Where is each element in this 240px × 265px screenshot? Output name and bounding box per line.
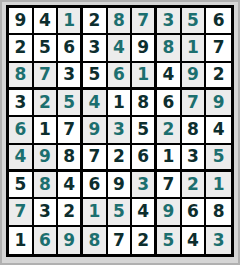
sudoku-cell-r9c1[interactable]: 1 (9, 227, 34, 254)
cell-digit: 3 (88, 39, 100, 56)
sudoku-cell-r4c8[interactable]: 7 (182, 90, 207, 117)
sudoku-cell-r1c8[interactable]: 5 (182, 8, 207, 35)
cell-digit: 8 (88, 232, 100, 249)
cell-digit: 4 (39, 12, 51, 29)
sudoku-cell-r7c9[interactable]: 1 (206, 172, 231, 199)
cell-digit: 8 (113, 12, 125, 29)
cell-digit: 8 (137, 94, 149, 111)
sudoku-cell-r4c5[interactable]: 1 (108, 90, 133, 117)
cell-digit: 1 (113, 94, 125, 111)
sudoku-cell-r5c2[interactable]: 1 (34, 117, 59, 144)
sudoku-cell-r8c9[interactable]: 8 (206, 199, 231, 226)
sudoku-cell-r4c6[interactable]: 8 (132, 90, 157, 117)
sudoku-cell-r7c5[interactable]: 9 (108, 172, 133, 199)
cell-digit: 4 (162, 66, 174, 83)
sudoku-cell-r2c7[interactable]: 8 (157, 35, 182, 62)
sudoku-cell-r8c4[interactable]: 1 (83, 199, 108, 226)
cell-digit: 8 (14, 66, 26, 83)
cell-digit: 4 (187, 232, 199, 249)
cell-digit: 9 (63, 232, 75, 249)
cell-digit: 3 (113, 121, 125, 138)
cell-digit: 7 (39, 66, 51, 83)
sudoku-cell-r6c6[interactable]: 6 (132, 145, 157, 172)
cell-digit: 1 (39, 121, 51, 138)
cell-digit: 2 (187, 176, 199, 193)
cell-digit: 2 (39, 94, 51, 111)
sudoku-cell-r5c9[interactable]: 4 (206, 117, 231, 144)
cell-digit: 2 (88, 12, 100, 29)
cell-digit: 3 (39, 203, 51, 220)
sudoku-cell-r1c9[interactable]: 6 (206, 8, 231, 35)
cell-digit: 6 (187, 203, 199, 220)
sudoku-cell-r3c5[interactable]: 6 (108, 63, 133, 90)
cell-digit: 6 (137, 148, 149, 165)
sudoku-cell-r8c6[interactable]: 4 (132, 199, 157, 226)
cell-digit: 4 (14, 148, 26, 165)
sudoku-cell-r6c3[interactable]: 8 (58, 145, 83, 172)
sudoku-cell-r5c7[interactable]: 2 (157, 117, 182, 144)
cell-digit: 6 (162, 94, 174, 111)
cell-digit: 5 (88, 66, 100, 83)
sudoku-cell-r6c4[interactable]: 7 (83, 145, 108, 172)
sudoku-cell-r5c1[interactable]: 6 (9, 117, 34, 144)
cell-digit: 7 (14, 203, 26, 220)
sudoku-cell-r4c2[interactable]: 2 (34, 90, 59, 117)
sudoku-cell-r4c3[interactable]: 5 (58, 90, 83, 117)
cell-digit: 1 (162, 148, 174, 165)
sudoku-cell-r9c7[interactable]: 5 (157, 227, 182, 254)
sudoku-app-frame: 9412873562563498178735614923254186796179… (0, 0, 240, 265)
cell-digit: 7 (213, 39, 225, 56)
cell-digit: 5 (137, 121, 149, 138)
sudoku-cell-r3c1[interactable]: 8 (9, 63, 34, 90)
cell-digit: 4 (213, 121, 225, 138)
cell-digit: 9 (39, 148, 51, 165)
sudoku-cell-r7c3[interactable]: 4 (58, 172, 83, 199)
sudoku-cell-r9c8[interactable]: 4 (182, 227, 207, 254)
cell-digit: 1 (63, 12, 75, 29)
cell-digit: 1 (213, 176, 225, 193)
cell-digit: 9 (14, 12, 26, 29)
sudoku-cell-r3c3[interactable]: 3 (58, 63, 83, 90)
sudoku-cell-r2c4[interactable]: 3 (83, 35, 108, 62)
sudoku-cell-r8c2[interactable]: 3 (34, 199, 59, 226)
sudoku-cell-r6c1[interactable]: 4 (9, 145, 34, 172)
cell-digit: 5 (187, 12, 199, 29)
sudoku-cell-r5c3[interactable]: 7 (58, 117, 83, 144)
sudoku-cell-r7c4[interactable]: 6 (83, 172, 108, 199)
cell-digit: 3 (63, 66, 75, 83)
cell-digit: 6 (113, 66, 125, 83)
cell-digit: 2 (162, 121, 174, 138)
cell-digit: 2 (113, 148, 125, 165)
cell-digit: 9 (137, 39, 149, 56)
cell-digit: 6 (88, 176, 100, 193)
sudoku-cell-r1c2[interactable]: 4 (34, 8, 59, 35)
sudoku-cell-r1c1[interactable]: 9 (9, 8, 34, 35)
sudoku-cell-r1c5[interactable]: 8 (108, 8, 133, 35)
cell-digit: 8 (39, 176, 51, 193)
cell-digit: 6 (39, 232, 51, 249)
cell-digit: 9 (113, 176, 125, 193)
sudoku-cell-r8c7[interactable]: 9 (157, 199, 182, 226)
cell-digit: 7 (162, 176, 174, 193)
sudoku-cell-r5c8[interactable]: 8 (182, 117, 207, 144)
cell-digit: 2 (213, 66, 225, 83)
sudoku-cell-r2c8[interactable]: 1 (182, 35, 207, 62)
sudoku-cell-r3c2[interactable]: 7 (34, 63, 59, 90)
sudoku-cell-r1c4[interactable]: 2 (83, 8, 108, 35)
cell-digit: 7 (137, 12, 149, 29)
sudoku-cell-r2c9[interactable]: 7 (206, 35, 231, 62)
sudoku-cell-r8c5[interactable]: 5 (108, 199, 133, 226)
sudoku-cell-r6c8[interactable]: 3 (182, 145, 207, 172)
sudoku-cell-r2c6[interactable]: 9 (132, 35, 157, 62)
sudoku-cell-r4c1[interactable]: 3 (9, 90, 34, 117)
sudoku-cell-r7c2[interactable]: 8 (34, 172, 59, 199)
cell-digit: 4 (137, 203, 149, 220)
cell-digit: 8 (213, 203, 225, 220)
sudoku-cell-r5c6[interactable]: 5 (132, 117, 157, 144)
cell-digit: 5 (63, 94, 75, 111)
sudoku-cell-r7c7[interactable]: 7 (157, 172, 182, 199)
cell-digit: 7 (63, 121, 75, 138)
cell-digit: 3 (137, 176, 149, 193)
cell-digit: 4 (63, 176, 75, 193)
sudoku-cell-r5c5[interactable]: 3 (108, 117, 133, 144)
cell-digit: 4 (88, 94, 100, 111)
sudoku-cell-r2c5[interactable]: 4 (108, 35, 133, 62)
sudoku-cell-r9c3[interactable]: 9 (58, 227, 83, 254)
sudoku-cell-r7c6[interactable]: 3 (132, 172, 157, 199)
sudoku-cell-r1c7[interactable]: 3 (157, 8, 182, 35)
cell-digit: 5 (39, 39, 51, 56)
cell-digit: 3 (162, 12, 174, 29)
cell-digit: 2 (137, 232, 149, 249)
sudoku-cell-r3c9[interactable]: 2 (206, 63, 231, 90)
cell-digit: 6 (63, 39, 75, 56)
cell-digit: 2 (14, 39, 26, 56)
cell-digit: 1 (88, 203, 100, 220)
sudoku-cell-r4c7[interactable]: 6 (157, 90, 182, 117)
sudoku-cell-r1c3[interactable]: 1 (58, 8, 83, 35)
cell-digit: 9 (88, 121, 100, 138)
cell-digit: 5 (113, 203, 125, 220)
cell-digit: 5 (162, 232, 174, 249)
cell-digit: 8 (63, 148, 75, 165)
sudoku-cell-r8c3[interactable]: 2 (58, 199, 83, 226)
sudoku-cell-r7c1[interactable]: 5 (9, 172, 34, 199)
sudoku-cell-r9c2[interactable]: 6 (34, 227, 59, 254)
sudoku-cell-r2c3[interactable]: 6 (58, 35, 83, 62)
sudoku-cell-r6c5[interactable]: 2 (108, 145, 133, 172)
cell-digit: 8 (162, 39, 174, 56)
cell-digit: 9 (187, 66, 199, 83)
cell-digit: 2 (63, 203, 75, 220)
cell-digit: 8 (187, 121, 199, 138)
cell-digit: 7 (113, 232, 125, 249)
sudoku-cell-r6c9[interactable]: 5 (206, 145, 231, 172)
cell-digit: 3 (187, 148, 199, 165)
sudoku-cell-r4c9[interactable]: 9 (206, 90, 231, 117)
cell-digit: 5 (14, 176, 26, 193)
sudoku-cell-r5c4[interactable]: 9 (83, 117, 108, 144)
cell-digit: 1 (14, 232, 26, 249)
cell-digit: 1 (137, 66, 149, 83)
sudoku-cell-r1c6[interactable]: 7 (132, 8, 157, 35)
cell-digit: 4 (113, 39, 125, 56)
sudoku-cell-r7c8[interactable]: 2 (182, 172, 207, 199)
sudoku-cell-r9c4[interactable]: 8 (83, 227, 108, 254)
cell-digit: 1 (187, 39, 199, 56)
sudoku-cell-r6c7[interactable]: 1 (157, 145, 182, 172)
cell-digit: 3 (14, 94, 26, 111)
cell-digit: 3 (213, 232, 225, 249)
sudoku-cell-r2c1[interactable]: 2 (9, 35, 34, 62)
sudoku-cell-r3c6[interactable]: 1 (132, 63, 157, 90)
sudoku-cell-r9c6[interactable]: 2 (132, 227, 157, 254)
sudoku-cell-r3c8[interactable]: 9 (182, 63, 207, 90)
cell-digit: 9 (213, 94, 225, 111)
sudoku-cell-r8c1[interactable]: 7 (9, 199, 34, 226)
cell-digit: 6 (14, 121, 26, 138)
sudoku-cell-r4c4[interactable]: 4 (83, 90, 108, 117)
sudoku-cell-r9c9[interactable]: 3 (206, 227, 231, 254)
cell-digit: 6 (213, 12, 225, 29)
cell-digit: 9 (162, 203, 174, 220)
sudoku-cell-r9c5[interactable]: 7 (108, 227, 133, 254)
sudoku-cell-r8c8[interactable]: 6 (182, 199, 207, 226)
sudoku-cell-r3c4[interactable]: 5 (83, 63, 108, 90)
cell-digit: 5 (213, 148, 225, 165)
sudoku-cell-r3c7[interactable]: 4 (157, 63, 182, 90)
sudoku-cell-r2c2[interactable]: 5 (34, 35, 59, 62)
sudoku-cell-r6c2[interactable]: 9 (34, 145, 59, 172)
cell-digit: 7 (187, 94, 199, 111)
sudoku-board: 9412873562563498178735614923254186796179… (6, 5, 234, 257)
cell-digit: 7 (88, 148, 100, 165)
